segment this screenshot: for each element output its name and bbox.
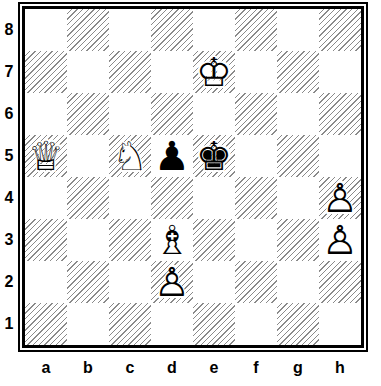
file-label-f: f (235, 352, 277, 384)
rank-label-8: 8 (0, 9, 18, 51)
square-a3[interactable] (25, 219, 67, 261)
square-e7[interactable]: ♚♔ (193, 51, 235, 93)
rank-label-5: 5 (0, 135, 18, 177)
black-king-glyph: ♚ (196, 136, 232, 176)
file-label-a: a (25, 352, 67, 384)
square-f8[interactable] (235, 9, 277, 51)
chess-board-frame: ♚♔♛♕♞♘♟♟♚♚♟♙♝♗♟♙♟♙ (18, 2, 368, 352)
square-h8[interactable] (319, 9, 361, 51)
square-b1[interactable] (67, 303, 109, 345)
square-g4[interactable] (277, 177, 319, 219)
square-g2[interactable] (277, 261, 319, 303)
square-d1[interactable] (151, 303, 193, 345)
rank-label-4: 4 (0, 177, 18, 219)
square-c3[interactable] (109, 219, 151, 261)
square-h7[interactable] (319, 51, 361, 93)
square-h3[interactable]: ♟♙ (319, 219, 361, 261)
black-king: ♚♚ (193, 135, 235, 177)
white-pawn-glyph: ♙ (154, 262, 190, 302)
white-pawn: ♟♙ (319, 219, 361, 261)
rank-label-2: 2 (0, 261, 18, 303)
square-f2[interactable] (235, 261, 277, 303)
file-labels: abcdefgh (25, 352, 361, 384)
square-f1[interactable] (235, 303, 277, 345)
square-a2[interactable] (25, 261, 67, 303)
white-queen-glyph: ♕ (28, 136, 64, 176)
square-b5[interactable] (67, 135, 109, 177)
square-f7[interactable] (235, 51, 277, 93)
square-e2[interactable] (193, 261, 235, 303)
square-c7[interactable] (109, 51, 151, 93)
square-g8[interactable] (277, 9, 319, 51)
file-label-b: b (67, 352, 109, 384)
white-bishop-glyph: ♗ (154, 220, 190, 260)
square-f3[interactable] (235, 219, 277, 261)
square-c8[interactable] (109, 9, 151, 51)
square-g7[interactable] (277, 51, 319, 93)
square-c1[interactable] (109, 303, 151, 345)
square-a4[interactable] (25, 177, 67, 219)
white-pawn-glyph: ♙ (322, 178, 358, 218)
square-d5[interactable]: ♟♟ (151, 135, 193, 177)
white-king-glyph: ♔ (196, 52, 232, 92)
rank-label-3: 3 (0, 219, 18, 261)
black-pawn: ♟♟ (151, 135, 193, 177)
square-d7[interactable] (151, 51, 193, 93)
white-queen: ♛♕ (25, 135, 67, 177)
square-e3[interactable] (193, 219, 235, 261)
square-b6[interactable] (67, 93, 109, 135)
square-a1[interactable] (25, 303, 67, 345)
square-h6[interactable] (319, 93, 361, 135)
square-f5[interactable] (235, 135, 277, 177)
square-e1[interactable] (193, 303, 235, 345)
square-e4[interactable] (193, 177, 235, 219)
chess-board: ♚♔♛♕♞♘♟♟♚♚♟♙♝♗♟♙♟♙ (22, 6, 364, 348)
file-label-h: h (319, 352, 361, 384)
square-g3[interactable] (277, 219, 319, 261)
square-g5[interactable] (277, 135, 319, 177)
file-label-e: e (193, 352, 235, 384)
square-b7[interactable] (67, 51, 109, 93)
square-c2[interactable] (109, 261, 151, 303)
rank-labels: 87654321 (0, 9, 18, 345)
file-label-d: d (151, 352, 193, 384)
square-h2[interactable] (319, 261, 361, 303)
rank-label-1: 1 (0, 303, 18, 345)
square-c5[interactable]: ♞♘ (109, 135, 151, 177)
square-c4[interactable] (109, 177, 151, 219)
white-knight: ♞♘ (109, 135, 151, 177)
white-pawn-glyph: ♙ (322, 220, 358, 260)
square-g6[interactable] (277, 93, 319, 135)
square-h1[interactable] (319, 303, 361, 345)
white-pawn: ♟♙ (151, 261, 193, 303)
square-a8[interactable] (25, 9, 67, 51)
square-d2[interactable]: ♟♙ (151, 261, 193, 303)
square-f6[interactable] (235, 93, 277, 135)
square-a5[interactable]: ♛♕ (25, 135, 67, 177)
black-pawn-glyph: ♟ (154, 136, 190, 176)
square-b4[interactable] (67, 177, 109, 219)
square-d8[interactable] (151, 9, 193, 51)
square-e5[interactable]: ♚♚ (193, 135, 235, 177)
square-b2[interactable] (67, 261, 109, 303)
square-b8[interactable] (67, 9, 109, 51)
file-label-c: c (109, 352, 151, 384)
white-king: ♚♔ (193, 51, 235, 93)
chess-diagram: 87654321 ♚♔♛♕♞♘♟♟♚♚♟♙♝♗♟♙♟♙ abcdefgh (0, 0, 381, 386)
file-label-g: g (277, 352, 319, 384)
white-knight-glyph: ♘ (112, 136, 148, 176)
square-g1[interactable] (277, 303, 319, 345)
rank-label-7: 7 (0, 51, 18, 93)
square-f4[interactable] (235, 177, 277, 219)
rank-label-6: 6 (0, 93, 18, 135)
square-a7[interactable] (25, 51, 67, 93)
square-b3[interactable] (67, 219, 109, 261)
